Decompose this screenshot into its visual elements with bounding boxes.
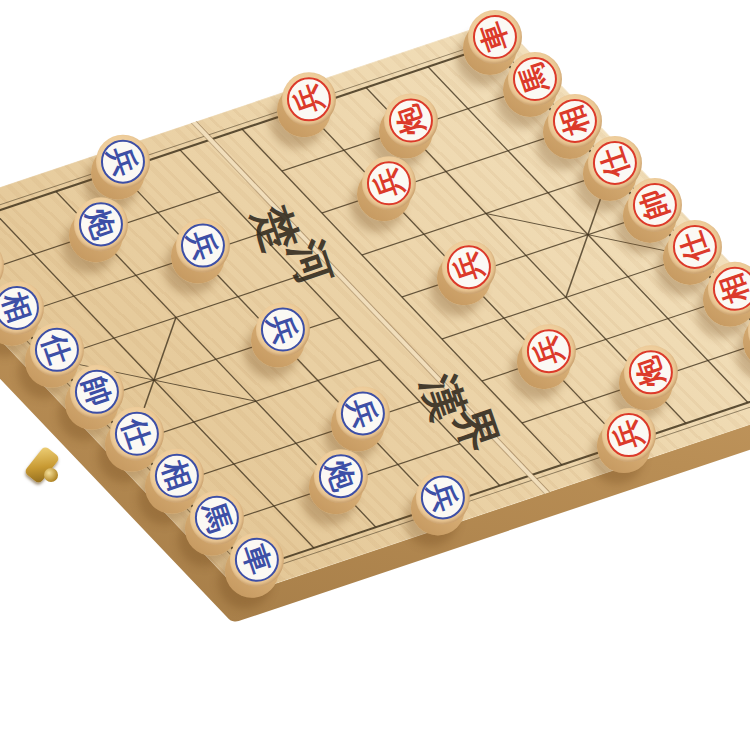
piece-face: 兵 (256, 303, 310, 357)
piece-face: 炮 (384, 94, 438, 148)
piece-glyph: 兵 (184, 227, 221, 264)
piece-face: 車 (230, 533, 284, 587)
piece-glyph: 馬 (517, 61, 554, 98)
piece-glyph: 仕 (596, 144, 633, 181)
piece-face: 兵 (176, 219, 230, 273)
piece-blue-soldier[interactable]: 兵 (336, 386, 390, 440)
piece-glyph: 相 (158, 457, 195, 494)
piece-blue-cannon[interactable]: 炮 (74, 197, 128, 251)
piece-glyph: 兵 (450, 249, 487, 286)
piece-red-soldier[interactable]: 兵 (522, 324, 576, 378)
piece-glyph: 相 (716, 270, 750, 307)
piece-face: 炮 (314, 449, 368, 503)
piece-glyph: 炮 (322, 458, 359, 495)
piece-red-soldier[interactable]: 兵 (362, 156, 416, 210)
piece-sticker-ring: 兵 (367, 161, 411, 205)
piece-face: 兵 (442, 240, 496, 294)
piece-sticker-ring: 兵 (341, 391, 385, 435)
piece-red-cannon[interactable]: 炮 (384, 94, 438, 148)
piece-blue-soldier[interactable]: 兵 (176, 219, 230, 273)
piece-face: 炮 (74, 197, 128, 251)
piece-glyph: 帥 (636, 186, 673, 223)
piece-glyph: 相 (0, 289, 35, 326)
piece-sticker-ring: 車 (235, 538, 279, 582)
piece-glyph: 相 (556, 103, 593, 140)
piece-glyph: 車 (477, 19, 514, 56)
piece-sticker-ring: 炮 (629, 350, 673, 394)
piece-sticker-ring: 相 (713, 267, 750, 311)
piece-glyph: 炮 (83, 206, 120, 243)
piece-sticker-ring: 炮 (79, 202, 123, 246)
piece-blue-soldier[interactable]: 兵 (416, 470, 470, 524)
piece-glyph: 兵 (530, 333, 567, 370)
piece-face: 兵 (282, 72, 336, 126)
board-grid-lines (0, 20, 750, 595)
piece-blue-soldier[interactable]: 兵 (256, 303, 310, 357)
piece-glyph: 兵 (370, 165, 407, 202)
piece-sticker-ring: 兵 (447, 245, 491, 289)
piece-face: 炮 (624, 345, 678, 399)
piece-sticker-ring: 兵 (527, 329, 571, 373)
piece-red-soldier[interactable]: 兵 (442, 240, 496, 294)
piece-glyph: 車 (238, 541, 275, 578)
piece-red-elephant[interactable]: 相 (708, 262, 750, 316)
piece-glyph: 仕 (118, 415, 155, 452)
piece-sticker-ring: 兵 (421, 475, 465, 519)
product-photo-stage: 楚河漢界 車馬相仕帥仕相馬車炮炮兵兵兵兵兵兵兵兵兵兵炮炮車馬相仕帥仕相馬車 (0, 0, 750, 750)
piece-sticker-ring: 炮 (319, 454, 363, 498)
piece-sticker-ring: 兵 (261, 307, 305, 351)
piece-glyph: 兵 (264, 311, 301, 348)
piece-sticker-ring: 兵 (607, 413, 651, 457)
piece-glyph: 兵 (610, 417, 647, 454)
piece-glyph: 仕 (38, 331, 75, 368)
piece-red-soldier[interactable]: 兵 (282, 72, 336, 126)
piece-blue-soldier[interactable]: 兵 (96, 135, 150, 189)
piece-glyph: 炮 (632, 354, 669, 391)
piece-face: 兵 (522, 324, 576, 378)
piece-face: 兵 (96, 135, 150, 189)
piece-glyph: 帥 (78, 373, 115, 410)
piece-sticker-ring: 炮 (389, 98, 433, 142)
piece-glyph: 馬 (198, 499, 235, 536)
piece-glyph: 兵 (105, 143, 142, 180)
piece-blue-chariot[interactable]: 車 (230, 533, 284, 587)
piece-blue-cannon[interactable]: 炮 (314, 449, 368, 503)
piece-sticker-ring: 兵 (287, 77, 331, 121)
piece-face: 兵 (362, 156, 416, 210)
piece-glyph: 炮 (393, 102, 430, 139)
piece-face: 兵 (336, 386, 390, 440)
latch-knob (44, 468, 58, 482)
piece-glyph: 仕 (676, 228, 713, 265)
piece-glyph: 兵 (291, 81, 328, 118)
piece-sticker-ring: 兵 (181, 223, 225, 267)
piece-glyph: 兵 (424, 479, 461, 516)
piece-red-cannon[interactable]: 炮 (624, 345, 678, 399)
brass-latch (26, 444, 68, 492)
piece-sticker-ring: 兵 (101, 139, 145, 183)
piece-face: 兵 (602, 408, 656, 462)
piece-glyph: 兵 (344, 395, 381, 432)
piece-face: 兵 (416, 470, 470, 524)
xiangqi-board-surface: 楚河漢界 車馬相仕帥仕相馬車炮炮兵兵兵兵兵兵兵兵兵兵炮炮車馬相仕帥仕相馬車 (0, 20, 750, 595)
piece-red-soldier[interactable]: 兵 (602, 408, 656, 462)
